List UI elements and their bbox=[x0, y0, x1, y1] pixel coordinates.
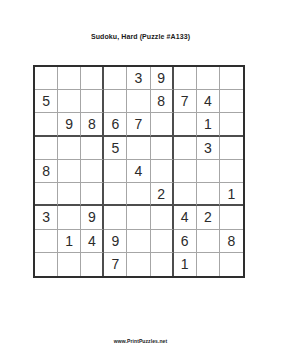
cell-r6c8[interactable] bbox=[197, 183, 220, 206]
cell-r3c8[interactable]: 1 bbox=[197, 113, 220, 136]
cell-r9c5[interactable] bbox=[127, 253, 150, 276]
cell-r4c9[interactable] bbox=[220, 137, 243, 160]
cell-r5c7[interactable] bbox=[174, 160, 197, 183]
cell-r8c5[interactable] bbox=[127, 230, 150, 253]
cell-r8c4[interactable]: 9 bbox=[104, 230, 127, 253]
cell-r2c3[interactable] bbox=[81, 90, 104, 113]
cell-r8c6[interactable] bbox=[151, 230, 174, 253]
cell-r4c3[interactable] bbox=[81, 137, 104, 160]
cell-r7c8[interactable]: 2 bbox=[197, 206, 220, 229]
cell-r7c2[interactable] bbox=[58, 206, 81, 229]
cell-r8c8[interactable] bbox=[197, 230, 220, 253]
cell-r8c1[interactable] bbox=[35, 230, 58, 253]
cell-r6c1[interactable] bbox=[35, 183, 58, 206]
cell-r7c5[interactable] bbox=[127, 206, 150, 229]
cell-r1c1[interactable] bbox=[35, 67, 58, 90]
cell-r1c5[interactable]: 3 bbox=[127, 67, 150, 90]
cell-r4c2[interactable] bbox=[58, 137, 81, 160]
cell-r1c8[interactable] bbox=[197, 67, 220, 90]
cell-r1c3[interactable] bbox=[81, 67, 104, 90]
cell-r2c8[interactable]: 4 bbox=[197, 90, 220, 113]
cell-r7c4[interactable] bbox=[104, 206, 127, 229]
cell-r5c4[interactable] bbox=[104, 160, 127, 183]
cell-r6c2[interactable] bbox=[58, 183, 81, 206]
cell-r8c7[interactable]: 6 bbox=[174, 230, 197, 253]
cell-r2c1[interactable]: 5 bbox=[35, 90, 58, 113]
cell-r7c3[interactable]: 9 bbox=[81, 206, 104, 229]
cell-r5c8[interactable] bbox=[197, 160, 220, 183]
cell-r1c2[interactable] bbox=[58, 67, 81, 90]
cell-r4c1[interactable] bbox=[35, 137, 58, 160]
cell-r2c6[interactable]: 8 bbox=[151, 90, 174, 113]
cell-r1c4[interactable] bbox=[104, 67, 127, 90]
cell-r4c5[interactable] bbox=[127, 137, 150, 160]
cell-r9c4[interactable]: 7 bbox=[104, 253, 127, 276]
cell-r7c7[interactable]: 4 bbox=[174, 206, 197, 229]
cell-r3c5[interactable]: 7 bbox=[127, 113, 150, 136]
cell-r6c3[interactable] bbox=[81, 183, 104, 206]
cell-r5c3[interactable] bbox=[81, 160, 104, 183]
cell-r3c6[interactable] bbox=[151, 113, 174, 136]
cell-r2c2[interactable] bbox=[58, 90, 81, 113]
cell-r3c9[interactable] bbox=[220, 113, 243, 136]
cell-r6c7[interactable] bbox=[174, 183, 197, 206]
cell-r4c7[interactable] bbox=[174, 137, 197, 160]
cell-r1c9[interactable] bbox=[220, 67, 243, 90]
cell-r5c9[interactable] bbox=[220, 160, 243, 183]
cell-r3c4[interactable]: 6 bbox=[104, 113, 127, 136]
cell-r6c4[interactable] bbox=[104, 183, 127, 206]
puzzle-page: Sudoku, Hard (Puzzle #A133) 395874986715… bbox=[0, 0, 281, 363]
cell-r9c8[interactable] bbox=[197, 253, 220, 276]
cell-r2c5[interactable] bbox=[127, 90, 150, 113]
footer-url: www.PrintPuzzles.net bbox=[0, 338, 281, 344]
cell-r7c9[interactable] bbox=[220, 206, 243, 229]
cell-r4c4[interactable]: 5 bbox=[104, 137, 127, 160]
cell-r1c6[interactable]: 9 bbox=[151, 67, 174, 90]
cell-r2c4[interactable] bbox=[104, 90, 127, 113]
cell-r8c2[interactable]: 1 bbox=[58, 230, 81, 253]
cell-r6c9[interactable]: 1 bbox=[220, 183, 243, 206]
cell-r8c3[interactable]: 4 bbox=[81, 230, 104, 253]
cell-r9c6[interactable] bbox=[151, 253, 174, 276]
cell-r9c3[interactable] bbox=[81, 253, 104, 276]
cell-r4c6[interactable] bbox=[151, 137, 174, 160]
cell-r9c7[interactable]: 1 bbox=[174, 253, 197, 276]
cell-r1c7[interactable] bbox=[174, 67, 197, 90]
puzzle-title: Sudoku, Hard (Puzzle #A133) bbox=[0, 32, 281, 41]
cell-r7c6[interactable] bbox=[151, 206, 174, 229]
cell-r4c8[interactable]: 3 bbox=[197, 137, 220, 160]
cell-r2c7[interactable]: 7 bbox=[174, 90, 197, 113]
sudoku-board: 3958749867153842139421496871 bbox=[33, 65, 245, 278]
cell-r3c7[interactable] bbox=[174, 113, 197, 136]
cell-r8c9[interactable]: 8 bbox=[220, 230, 243, 253]
cell-r7c1[interactable]: 3 bbox=[35, 206, 58, 229]
cell-r6c6[interactable]: 2 bbox=[151, 183, 174, 206]
cell-r9c2[interactable] bbox=[58, 253, 81, 276]
cell-r3c2[interactable]: 9 bbox=[58, 113, 81, 136]
cell-r3c3[interactable]: 8 bbox=[81, 113, 104, 136]
cell-r5c2[interactable] bbox=[58, 160, 81, 183]
cell-r9c1[interactable] bbox=[35, 253, 58, 276]
cell-r5c5[interactable]: 4 bbox=[127, 160, 150, 183]
cell-r2c9[interactable] bbox=[220, 90, 243, 113]
cell-r3c1[interactable] bbox=[35, 113, 58, 136]
cell-r5c1[interactable]: 8 bbox=[35, 160, 58, 183]
cell-r9c9[interactable] bbox=[220, 253, 243, 276]
cell-r6c5[interactable] bbox=[127, 183, 150, 206]
cell-r5c6[interactable] bbox=[151, 160, 174, 183]
